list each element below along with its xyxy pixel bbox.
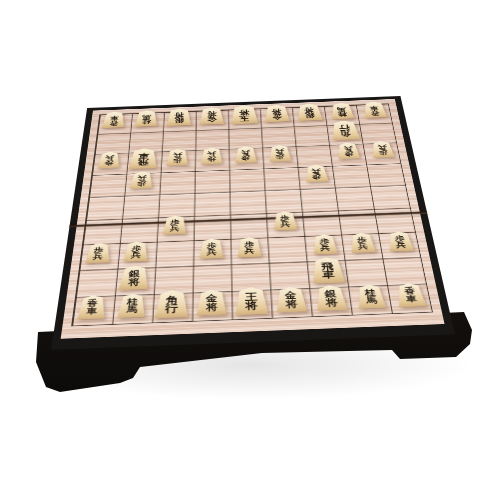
piece-gote-pawn[interactable]: 歩兵 <box>304 164 329 182</box>
piece-sente-lance[interactable]: 香車 <box>394 283 427 307</box>
piece-kanji-label: 香車 <box>86 299 99 316</box>
piece-kanji-label: 桂馬 <box>142 113 152 124</box>
piece-kanji-label: 銀将 <box>128 269 141 286</box>
piece-face: 玉将 <box>230 105 258 124</box>
piece-face: 角行 <box>330 120 361 140</box>
piece-kanji-label: 歩兵 <box>319 237 330 251</box>
piece-sente-pawn[interactable]: 歩兵 <box>386 231 415 252</box>
piece-face: 歩兵 <box>268 145 292 162</box>
piece-kanji-label: 金将 <box>207 110 217 122</box>
pieces-layer: 香車桂馬銀将金将玉将金将銀将桂馬香車角行歩兵飛車歩兵歩兵歩兵歩兵歩兵歩兵歩兵歩兵… <box>71 103 433 326</box>
piece-face: 金将 <box>264 104 291 122</box>
piece-kanji-label: 角行 <box>339 123 352 137</box>
piece-gote-pawn[interactable]: 歩兵 <box>370 141 396 158</box>
piece-face: 銀将 <box>314 285 348 311</box>
piece-gote-pawn[interactable]: 歩兵 <box>336 142 361 159</box>
piece-sente-knight[interactable]: 桂馬 <box>355 284 387 309</box>
piece-sente-pawn[interactable]: 歩兵 <box>349 232 377 253</box>
piece-face: 香車 <box>394 283 427 307</box>
piece-sente-king[interactable]: 王将 <box>234 287 269 315</box>
shogi-board: 香車桂馬銀将金将玉将金将銀将桂馬香車角行歩兵飛車歩兵歩兵歩兵歩兵歩兵歩兵歩兵歩兵… <box>51 96 455 350</box>
piece-kanji-label: 歩兵 <box>173 151 182 163</box>
piece-kanji-label: 桂馬 <box>337 105 347 116</box>
piece-kanji-label: 金将 <box>206 293 218 311</box>
piece-face: 金将 <box>196 289 227 315</box>
piece-gote-knight[interactable]: 桂馬 <box>329 103 354 120</box>
piece-face: 角行 <box>154 290 189 318</box>
piece-gote-lance[interactable]: 香車 <box>101 111 126 128</box>
piece-kanji-label: 歩兵 <box>104 154 114 166</box>
piece-face: 金将 <box>275 286 308 312</box>
piece-kanji-label: 歩兵 <box>394 234 406 248</box>
piece-kanji-label: 金将 <box>272 107 282 119</box>
piece-gote-pawn[interactable]: 歩兵 <box>200 147 223 164</box>
piece-kanji-label: 歩兵 <box>280 214 290 228</box>
piece-face: 歩兵 <box>97 151 121 168</box>
piece-sente-pawn[interactable]: 歩兵 <box>199 238 224 259</box>
piece-gote-knight[interactable]: 桂馬 <box>134 110 158 127</box>
piece-gote-pawn[interactable]: 歩兵 <box>129 171 153 189</box>
piece-sente-bishop[interactable]: 角行 <box>154 290 189 318</box>
piece-face: 歩兵 <box>336 142 361 159</box>
piece-gote-king[interactable]: 玉将 <box>230 105 258 124</box>
piece-sente-rook[interactable]: 飛車 <box>310 257 346 284</box>
piece-face: 歩兵 <box>237 237 263 258</box>
piece-kanji-label: 歩兵 <box>275 147 285 159</box>
piece-kanji-label: 歩兵 <box>241 149 250 161</box>
piece-face: 飛車 <box>310 257 346 284</box>
piece-gote-lance[interactable]: 香車 <box>362 101 388 118</box>
piece-kanji-label: 飛車 <box>137 151 149 165</box>
shogi-set-photo: 香車桂馬銀将金将玉将金将銀将桂馬香車角行歩兵飛車歩兵歩兵歩兵歩兵歩兵歩兵歩兵歩兵… <box>0 0 500 500</box>
piece-gote-rook[interactable]: 飛車 <box>128 148 159 169</box>
piece-face: 銀将 <box>166 108 192 126</box>
piece-face: 歩兵 <box>199 238 224 259</box>
piece-face: 桂馬 <box>329 103 354 120</box>
piece-face: 歩兵 <box>85 242 112 263</box>
piece-face: 歩兵 <box>200 147 223 164</box>
piece-kanji-label: 歩兵 <box>357 236 369 250</box>
piece-face: 歩兵 <box>311 234 338 255</box>
piece-face: 桂馬 <box>355 284 387 309</box>
piece-face: 桂馬 <box>134 110 158 127</box>
piece-gote-pawn[interactable]: 歩兵 <box>166 149 189 166</box>
piece-face: 香車 <box>77 295 108 320</box>
piece-sente-silver[interactable]: 銀将 <box>118 265 150 290</box>
piece-face: 歩兵 <box>234 146 257 163</box>
piece-sente-pawn[interactable]: 歩兵 <box>311 234 338 255</box>
piece-gote-pawn[interactable]: 歩兵 <box>268 145 292 162</box>
piece-gote-bishop[interactable]: 角行 <box>330 120 361 140</box>
piece-kanji-label: 金将 <box>285 290 298 308</box>
piece-face: 歩兵 <box>272 211 298 231</box>
piece-face: 香車 <box>362 101 388 118</box>
piece-kanji-label: 歩兵 <box>377 143 388 155</box>
piece-face: 歩兵 <box>304 164 329 182</box>
piece-face: 銀将 <box>118 265 150 290</box>
piece-sente-knight[interactable]: 桂馬 <box>117 293 147 318</box>
piece-gote-pawn[interactable]: 歩兵 <box>97 151 121 168</box>
piece-kanji-label: 歩兵 <box>131 244 142 258</box>
piece-face: 歩兵 <box>129 171 153 189</box>
piece-gote-pawn[interactable]: 歩兵 <box>234 146 257 163</box>
piece-face: 王将 <box>234 287 269 315</box>
piece-kanji-label: 桂馬 <box>364 288 377 305</box>
piece-kanji-label: 香車 <box>404 287 418 304</box>
piece-face: 銀将 <box>296 103 323 121</box>
piece-kanji-label: 玉将 <box>239 108 250 121</box>
piece-kanji-label: 香車 <box>109 114 119 125</box>
piece-gote-gold[interactable]: 金将 <box>264 104 291 122</box>
piece-kanji-label: 歩兵 <box>207 150 216 162</box>
piece-kanji-label: 歩兵 <box>311 167 321 179</box>
piece-gote-silver[interactable]: 銀将 <box>296 103 323 121</box>
piece-kanji-label: 歩兵 <box>207 241 217 255</box>
piece-kanji-label: 飛車 <box>321 261 335 279</box>
piece-kanji-label: 銀将 <box>304 106 315 118</box>
piece-kanji-label: 歩兵 <box>244 240 254 254</box>
piece-face: 香車 <box>101 111 126 128</box>
piece-sente-gold[interactable]: 金将 <box>275 286 308 312</box>
piece-kanji-label: 歩兵 <box>170 218 180 232</box>
piece-sente-gold[interactable]: 金将 <box>196 289 227 315</box>
piece-sente-pawn[interactable]: 歩兵 <box>123 241 149 262</box>
piece-sente-pawn[interactable]: 歩兵 <box>237 237 263 258</box>
piece-kanji-label: 角行 <box>165 294 178 314</box>
piece-face: 金将 <box>199 107 225 125</box>
piece-sente-pawn[interactable]: 歩兵 <box>85 242 112 263</box>
piece-kanji-label: 香車 <box>369 104 380 115</box>
piece-kanji-label: 歩兵 <box>343 145 353 157</box>
piece-kanji-label: 歩兵 <box>137 174 147 186</box>
board-wood-surface: 香車桂馬銀将金将玉将金将銀将桂馬香車角行歩兵飛車歩兵歩兵歩兵歩兵歩兵歩兵歩兵歩兵… <box>51 96 455 350</box>
piece-gote-gold[interactable]: 金将 <box>199 107 225 125</box>
piece-kanji-label: 銀将 <box>324 289 338 307</box>
piece-face: 歩兵 <box>166 149 189 166</box>
piece-kanji-label: 王将 <box>245 291 258 311</box>
piece-gote-silver[interactable]: 銀将 <box>166 108 192 126</box>
piece-face: 飛車 <box>128 148 159 169</box>
piece-sente-lance[interactable]: 香車 <box>77 295 108 320</box>
piece-sente-silver[interactable]: 銀将 <box>314 285 348 311</box>
piece-face: 桂馬 <box>117 293 147 318</box>
piece-face: 歩兵 <box>370 141 396 158</box>
piece-kanji-label: 歩兵 <box>93 246 104 261</box>
piece-face: 歩兵 <box>162 215 187 235</box>
piece-face: 歩兵 <box>386 231 415 252</box>
piece-sente-pawn[interactable]: 歩兵 <box>162 215 187 235</box>
piece-kanji-label: 桂馬 <box>126 297 138 314</box>
piece-face: 歩兵 <box>349 232 377 253</box>
piece-kanji-label: 銀将 <box>174 111 184 123</box>
piece-sente-pawn[interactable]: 歩兵 <box>272 211 298 231</box>
piece-face: 歩兵 <box>123 241 149 262</box>
